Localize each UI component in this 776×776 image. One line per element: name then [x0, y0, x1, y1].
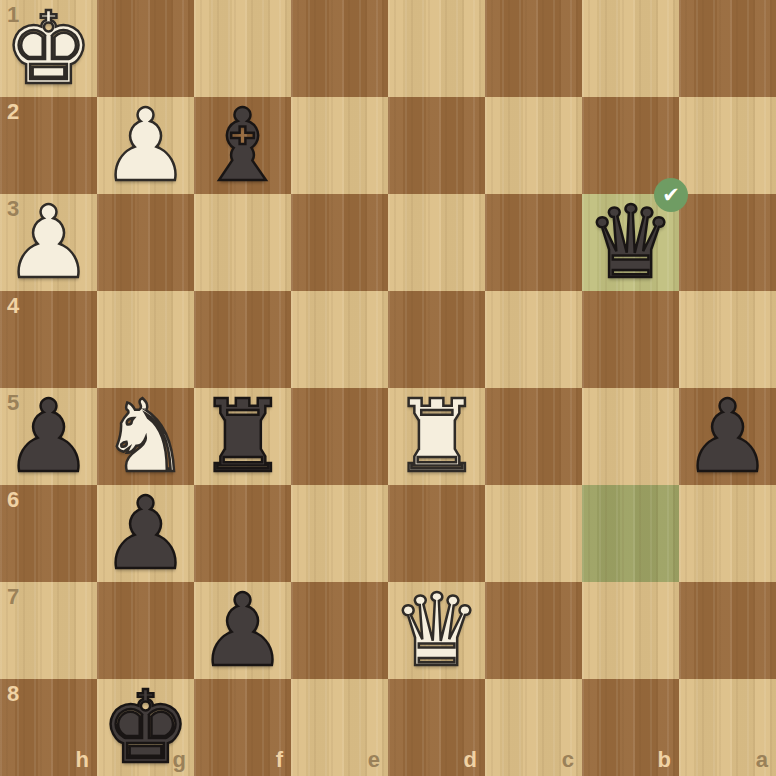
square-b6[interactable] [582, 485, 679, 582]
square-f5[interactable]: ♜ [194, 388, 291, 485]
square-c3[interactable] [485, 194, 582, 291]
square-a4[interactable] [679, 291, 776, 388]
square-b3[interactable]: ♛✔ [582, 194, 679, 291]
piece-black-pawn[interactable]: ♟ [101, 485, 191, 582]
piece-black-pawn[interactable]: ♟ [683, 388, 773, 485]
square-g5[interactable]: ♞ [97, 388, 194, 485]
file-label-b: b [658, 747, 671, 773]
square-g1[interactable] [97, 0, 194, 97]
square-c7[interactable] [485, 582, 582, 679]
square-b1[interactable] [582, 0, 679, 97]
piece-black-pawn[interactable]: ♟ [198, 582, 288, 679]
square-h1[interactable]: 1♚ [0, 0, 97, 97]
square-h5[interactable]: 5♟ [0, 388, 97, 485]
square-g3[interactable] [97, 194, 194, 291]
piece-black-bishop[interactable]: ♝ [198, 97, 288, 194]
square-g8[interactable]: g♚ [97, 679, 194, 776]
square-e5[interactable] [291, 388, 388, 485]
file-label-d: d [464, 747, 477, 773]
square-e8[interactable]: e [291, 679, 388, 776]
square-c5[interactable] [485, 388, 582, 485]
square-e6[interactable] [291, 485, 388, 582]
piece-black-rook[interactable]: ♜ [198, 388, 288, 485]
square-f7[interactable]: ♟ [194, 582, 291, 679]
square-g4[interactable] [97, 291, 194, 388]
piece-white-pawn[interactable]: ♟ [4, 194, 94, 291]
piece-black-king[interactable]: ♚ [101, 679, 191, 776]
piece-white-queen[interactable]: ♛ [392, 582, 482, 679]
file-label-a: a [756, 747, 768, 773]
file-label-c: c [562, 747, 574, 773]
square-g2[interactable]: ♟ [97, 97, 194, 194]
square-e1[interactable] [291, 0, 388, 97]
file-label-e: e [368, 747, 380, 773]
square-h4[interactable]: 4 [0, 291, 97, 388]
square-d3[interactable] [388, 194, 485, 291]
square-e3[interactable] [291, 194, 388, 291]
square-f1[interactable] [194, 0, 291, 97]
square-b5[interactable] [582, 388, 679, 485]
square-c4[interactable] [485, 291, 582, 388]
square-c8[interactable]: c [485, 679, 582, 776]
chess-board-wrap: 1♚2♟♝3♟♛✔45♟♞♜♜♟6♟7♟♛8hg♚fedcba [0, 0, 776, 776]
square-a8[interactable]: a [679, 679, 776, 776]
square-f8[interactable]: f [194, 679, 291, 776]
square-a7[interactable] [679, 582, 776, 679]
rank-label-8: 8 [7, 681, 19, 707]
chess-board: 1♚2♟♝3♟♛✔45♟♞♜♜♟6♟7♟♛8hg♚fedcba [0, 0, 776, 776]
square-d2[interactable] [388, 97, 485, 194]
square-a6[interactable] [679, 485, 776, 582]
square-a1[interactable] [679, 0, 776, 97]
square-d1[interactable] [388, 0, 485, 97]
square-e4[interactable] [291, 291, 388, 388]
square-a2[interactable] [679, 97, 776, 194]
piece-white-king[interactable]: ♚ [4, 0, 94, 97]
file-label-f: f [276, 747, 283, 773]
square-b7[interactable] [582, 582, 679, 679]
square-g7[interactable] [97, 582, 194, 679]
square-c6[interactable] [485, 485, 582, 582]
file-label-h: h [76, 747, 89, 773]
square-d8[interactable]: d [388, 679, 485, 776]
square-h6[interactable]: 6 [0, 485, 97, 582]
square-a5[interactable]: ♟ [679, 388, 776, 485]
square-f3[interactable] [194, 194, 291, 291]
square-c1[interactable] [485, 0, 582, 97]
square-h2[interactable]: 2 [0, 97, 97, 194]
square-d4[interactable] [388, 291, 485, 388]
square-f2[interactable]: ♝ [194, 97, 291, 194]
square-b8[interactable]: b [582, 679, 679, 776]
square-d5[interactable]: ♜ [388, 388, 485, 485]
checkmark-icon: ✔ [662, 185, 680, 206]
square-h8[interactable]: 8h [0, 679, 97, 776]
square-d7[interactable]: ♛ [388, 582, 485, 679]
piece-white-knight[interactable]: ♞ [101, 388, 191, 485]
square-f4[interactable] [194, 291, 291, 388]
rank-label-7: 7 [7, 584, 19, 610]
piece-white-pawn[interactable]: ♟ [101, 97, 191, 194]
square-c2[interactable] [485, 97, 582, 194]
square-h7[interactable]: 7 [0, 582, 97, 679]
square-g6[interactable]: ♟ [97, 485, 194, 582]
square-d6[interactable] [388, 485, 485, 582]
correct-move-badge: ✔ [654, 178, 688, 212]
square-e7[interactable] [291, 582, 388, 679]
piece-black-pawn[interactable]: ♟ [4, 388, 94, 485]
square-h3[interactable]: 3♟ [0, 194, 97, 291]
square-a3[interactable] [679, 194, 776, 291]
square-b4[interactable] [582, 291, 679, 388]
square-f6[interactable] [194, 485, 291, 582]
square-e2[interactable] [291, 97, 388, 194]
piece-white-rook[interactable]: ♜ [392, 388, 482, 485]
